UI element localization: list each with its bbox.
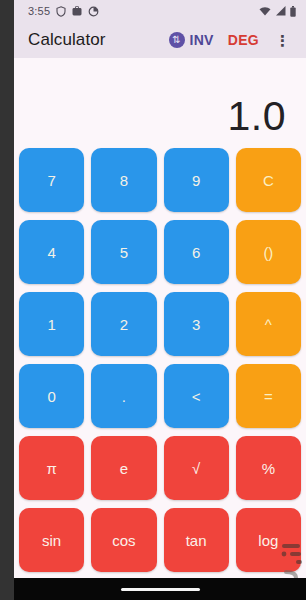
inv-label: INV [190,32,214,48]
key-6[interactable]: 6 [164,220,229,284]
keypad: 7 8 9 C 4 5 6 () 1 2 3 ^ 0 . < = π e √ %… [14,148,306,572]
key-tan[interactable]: tan [164,508,229,572]
result-display: 1.0 [14,58,306,148]
key-cos[interactable]: cos [91,508,156,572]
status-bar-left: 3:55 [24,5,99,17]
key-parentheses[interactable]: () [236,220,301,284]
page-title: Calculator [28,30,106,50]
key-euler[interactable]: e [91,436,156,500]
inv-toggle-button[interactable]: ⇅ INV [169,32,214,48]
key-backspace[interactable]: < [164,364,229,428]
kebab-menu-icon[interactable]: ⋮ [273,31,292,50]
key-power[interactable]: ^ [236,292,301,356]
status-bar: 3:55 [14,0,306,22]
key-9[interactable]: 9 [164,148,229,212]
key-decimal[interactable]: . [91,364,156,428]
app-bar: Calculator ⇅ INV DEG ⋮ [14,22,306,58]
key-2[interactable]: 2 [91,292,156,356]
navigation-bar [14,578,306,600]
key-4[interactable]: 4 [19,220,84,284]
calculator-app: 3:55 Calculator [14,0,306,600]
key-5[interactable]: 5 [91,220,156,284]
key-sin[interactable]: sin [19,508,84,572]
deg-toggle-button[interactable]: DEG [228,32,259,48]
swap-vertical-icon: ⇅ [169,32,185,48]
key-equals[interactable]: = [236,364,301,428]
key-log[interactable]: log [236,508,301,572]
key-percent[interactable]: % [236,436,301,500]
status-bar-right [259,6,296,17]
display-value: 1.0 [228,93,287,140]
key-0[interactable]: 0 [19,364,84,428]
cellular-icon [275,6,286,16]
wifi-icon [259,6,271,16]
key-8[interactable]: 8 [91,148,156,212]
battery-icon [290,6,296,17]
key-1[interactable]: 1 [19,292,84,356]
app-bar-actions: ⇅ INV DEG ⋮ [169,31,293,50]
key-pi[interactable]: π [19,436,84,500]
home-gesture-pill[interactable] [121,588,200,591]
key-clear[interactable]: C [236,148,301,212]
data-saver-icon [88,6,99,17]
key-3[interactable]: 3 [164,292,229,356]
key-sqrt[interactable]: √ [164,436,229,500]
clock-text: 3:55 [28,5,50,17]
key-7[interactable]: 7 [19,148,84,212]
work-profile-icon [72,6,82,16]
shield-icon [56,6,66,17]
